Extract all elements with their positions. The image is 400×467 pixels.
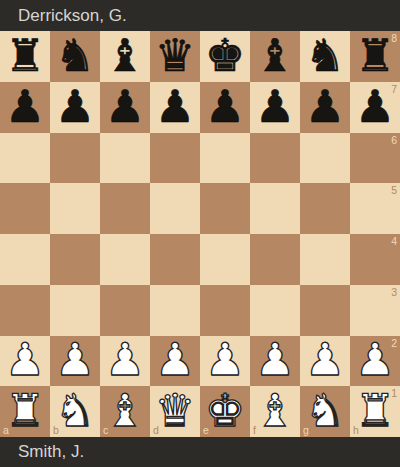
square-g3[interactable] <box>300 285 350 336</box>
square-e3[interactable] <box>200 285 250 336</box>
square-g5[interactable] <box>300 183 350 234</box>
white-pawn[interactable]: ♟ <box>55 337 95 382</box>
square-c4[interactable] <box>100 234 150 285</box>
bottom-player-bar: Smith, J. <box>0 437 400 467</box>
top-player-name: Derrickson, G. <box>18 6 127 26</box>
black-queen[interactable]: ♛ <box>155 33 195 78</box>
square-g6[interactable] <box>300 133 350 184</box>
black-rook[interactable]: ♜ <box>355 33 395 78</box>
square-b7[interactable]: ♟ <box>50 82 100 133</box>
square-e8[interactable]: ♚ <box>200 31 250 82</box>
square-a3[interactable] <box>0 285 50 336</box>
square-g4[interactable] <box>300 234 350 285</box>
file-label-f: f <box>253 425 256 436</box>
white-pawn[interactable]: ♟ <box>105 337 145 382</box>
square-c5[interactable] <box>100 183 150 234</box>
white-pawn[interactable]: ♟ <box>255 337 295 382</box>
square-h8[interactable]: ♜8 <box>350 31 400 82</box>
white-pawn[interactable]: ♟ <box>355 337 395 382</box>
bottom-player-name: Smith, J. <box>18 442 84 462</box>
square-b3[interactable] <box>50 285 100 336</box>
square-a1[interactable]: ♜a <box>0 386 50 437</box>
square-g8[interactable]: ♞ <box>300 31 350 82</box>
square-f6[interactable] <box>250 133 300 184</box>
black-pawn[interactable]: ♟ <box>355 84 395 129</box>
square-f4[interactable] <box>250 234 300 285</box>
square-d1[interactable]: ♛d <box>150 386 200 437</box>
square-a5[interactable] <box>0 183 50 234</box>
square-h5[interactable]: 5 <box>350 183 400 234</box>
square-f5[interactable] <box>250 183 300 234</box>
square-h6[interactable]: 6 <box>350 133 400 184</box>
square-c8[interactable]: ♝ <box>100 31 150 82</box>
square-g7[interactable]: ♟ <box>300 82 350 133</box>
rank-label-6: 6 <box>391 135 397 146</box>
black-pawn[interactable]: ♟ <box>55 84 95 129</box>
square-h1[interactable]: ♜1h <box>350 386 400 437</box>
file-label-b: b <box>53 425 59 436</box>
square-a7[interactable]: ♟ <box>0 82 50 133</box>
rank-label-3: 3 <box>391 287 397 298</box>
chess-app: Derrickson, G. ♜♞♝♛♚♝♞♜8♟♟♟♟♟♟♟♟76543♟♟♟… <box>0 0 400 467</box>
black-pawn[interactable]: ♟ <box>255 84 295 129</box>
square-g2[interactable]: ♟ <box>300 336 350 387</box>
square-c6[interactable] <box>100 133 150 184</box>
square-a2[interactable]: ♟ <box>0 336 50 387</box>
square-b5[interactable] <box>50 183 100 234</box>
square-h2[interactable]: ♟2 <box>350 336 400 387</box>
file-label-c: c <box>103 425 108 436</box>
square-f7[interactable]: ♟ <box>250 82 300 133</box>
white-king[interactable]: ♚ <box>205 388 245 433</box>
file-label-e: e <box>203 425 209 436</box>
square-e7[interactable]: ♟ <box>200 82 250 133</box>
square-d2[interactable]: ♟ <box>150 336 200 387</box>
square-d8[interactable]: ♛ <box>150 31 200 82</box>
white-bishop[interactable]: ♝ <box>105 388 145 433</box>
square-c2[interactable]: ♟ <box>100 336 150 387</box>
black-knight[interactable]: ♞ <box>55 33 95 78</box>
square-g1[interactable]: ♞g <box>300 386 350 437</box>
square-h3[interactable]: 3 <box>350 285 400 336</box>
file-label-h: h <box>353 425 359 436</box>
rank-label-4: 4 <box>391 236 397 247</box>
rank-label-8: 8 <box>391 33 397 44</box>
file-label-a: a <box>3 425 9 436</box>
square-e6[interactable] <box>200 133 250 184</box>
black-pawn[interactable]: ♟ <box>105 84 145 129</box>
square-a6[interactable] <box>0 133 50 184</box>
square-a4[interactable] <box>0 234 50 285</box>
square-d6[interactable] <box>150 133 200 184</box>
square-h7[interactable]: ♟7 <box>350 82 400 133</box>
black-pawn[interactable]: ♟ <box>155 84 195 129</box>
white-pawn[interactable]: ♟ <box>5 337 45 382</box>
square-b2[interactable]: ♟ <box>50 336 100 387</box>
white-bishop[interactable]: ♝ <box>255 388 295 433</box>
file-label-d: d <box>153 425 159 436</box>
black-king[interactable]: ♚ <box>205 33 245 78</box>
square-b1[interactable]: ♞b <box>50 386 100 437</box>
white-knight[interactable]: ♞ <box>305 388 345 433</box>
white-rook[interactable]: ♜ <box>5 388 45 433</box>
square-f2[interactable]: ♟ <box>250 336 300 387</box>
white-pawn[interactable]: ♟ <box>155 337 195 382</box>
rank-label-2: 2 <box>391 338 397 349</box>
square-e2[interactable]: ♟ <box>200 336 250 387</box>
file-label-g: g <box>303 425 309 436</box>
black-bishop[interactable]: ♝ <box>255 33 295 78</box>
white-pawn[interactable]: ♟ <box>205 337 245 382</box>
square-c1[interactable]: ♝c <box>100 386 150 437</box>
black-pawn[interactable]: ♟ <box>205 84 245 129</box>
square-b8[interactable]: ♞ <box>50 31 100 82</box>
square-c7[interactable]: ♟ <box>100 82 150 133</box>
black-rook[interactable]: ♜ <box>5 33 45 78</box>
square-e5[interactable] <box>200 183 250 234</box>
white-knight[interactable]: ♞ <box>55 388 95 433</box>
square-b6[interactable] <box>50 133 100 184</box>
square-f3[interactable] <box>250 285 300 336</box>
black-pawn[interactable]: ♟ <box>5 84 45 129</box>
black-bishop[interactable]: ♝ <box>105 33 145 78</box>
black-pawn[interactable]: ♟ <box>305 84 345 129</box>
square-c3[interactable] <box>100 285 150 336</box>
square-h4[interactable]: 4 <box>350 234 400 285</box>
square-d7[interactable]: ♟ <box>150 82 200 133</box>
white-pawn[interactable]: ♟ <box>305 337 345 382</box>
rank-label-7: 7 <box>391 84 397 95</box>
square-a8[interactable]: ♜ <box>0 31 50 82</box>
chess-board: ♜♞♝♛♚♝♞♜8♟♟♟♟♟♟♟♟76543♟♟♟♟♟♟♟♟2♜a♞b♝c♛d♚… <box>0 31 400 437</box>
white-queen[interactable]: ♛ <box>155 388 195 433</box>
square-d4[interactable] <box>150 234 200 285</box>
square-d3[interactable] <box>150 285 200 336</box>
rank-label-5: 5 <box>391 185 397 196</box>
white-rook[interactable]: ♜ <box>355 388 395 433</box>
square-f1[interactable]: ♝f <box>250 386 300 437</box>
square-b4[interactable] <box>50 234 100 285</box>
top-player-bar: Derrickson, G. <box>0 0 400 31</box>
rank-label-1: 1 <box>391 388 397 399</box>
square-f8[interactable]: ♝ <box>250 31 300 82</box>
square-e1[interactable]: ♚e <box>200 386 250 437</box>
square-e4[interactable] <box>200 234 250 285</box>
square-d5[interactable] <box>150 183 200 234</box>
black-knight[interactable]: ♞ <box>305 33 345 78</box>
